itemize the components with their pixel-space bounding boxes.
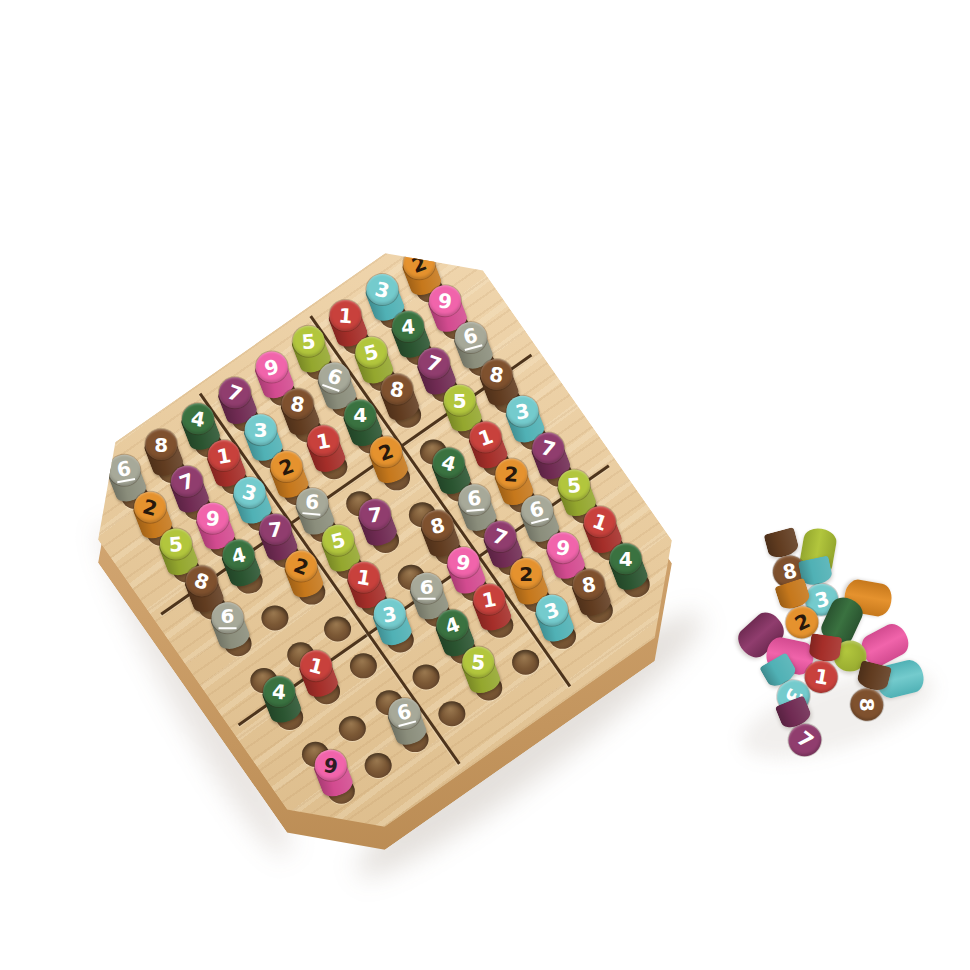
peg-number: 8 bbox=[580, 573, 597, 595]
peg-top-face: 5 bbox=[160, 529, 192, 560]
peg-top-face: 9 bbox=[315, 750, 347, 781]
peg-number: 6 bbox=[219, 606, 237, 629]
peg-top-face: 8 bbox=[381, 374, 413, 405]
peg-top-face: 9 bbox=[256, 352, 288, 383]
peg-top-face: 1 bbox=[208, 440, 240, 471]
peg-number: 6 bbox=[459, 324, 482, 351]
peg-top-face: 2 bbox=[285, 551, 317, 582]
peg-number: 6 bbox=[526, 497, 549, 524]
peg-top-face: 8 bbox=[481, 359, 513, 390]
peg-number: 4 bbox=[271, 681, 287, 702]
peg-top-face: 2 bbox=[271, 451, 303, 482]
peg-number: 7 bbox=[367, 504, 383, 525]
sudoku-board: 2968375143475126981584672356428919817645… bbox=[58, 213, 713, 868]
peg-number: 1 bbox=[338, 305, 354, 326]
peg-number: 4 bbox=[442, 613, 462, 637]
peg-number: 7 bbox=[177, 470, 197, 494]
peg-top-face: 3 bbox=[374, 599, 406, 630]
peg-number: 4 bbox=[189, 408, 206, 430]
peg-number: 5 bbox=[453, 390, 467, 410]
peg-cylinder-side bbox=[808, 633, 842, 663]
peg-number: 7 bbox=[424, 352, 444, 376]
peg-top-face: 9 bbox=[547, 532, 579, 563]
peg-number: 3 bbox=[240, 481, 259, 504]
peg-top-face: 7 bbox=[484, 521, 516, 552]
peg-top-face: 3 bbox=[506, 396, 538, 427]
peg-top-face: 6 bbox=[318, 363, 350, 394]
peg-number: 1 bbox=[476, 425, 496, 449]
peg-number: 3 bbox=[254, 420, 268, 440]
peg-top-face: 4 bbox=[263, 676, 295, 707]
peg-number: 2 bbox=[291, 554, 311, 578]
peg-number: 7 bbox=[793, 728, 816, 752]
peg-top-face: 8 bbox=[422, 510, 454, 541]
peg-top-face: 1 bbox=[300, 650, 332, 681]
peg-number: 4 bbox=[353, 405, 367, 425]
peg-top-face: 1 bbox=[329, 300, 361, 331]
product-photo-sudoku-board: 2968375143475126981584672356428919817645… bbox=[0, 0, 970, 970]
peg-top-face: 2 bbox=[510, 558, 542, 589]
peg-top-face: 3 bbox=[234, 477, 266, 508]
peg-top-face: 5 bbox=[355, 337, 387, 368]
peg-top-face: 4 bbox=[433, 447, 465, 478]
peg-number: 2 bbox=[277, 455, 297, 479]
peg-number: 6 bbox=[322, 364, 347, 392]
peg-top-face: 7 bbox=[532, 433, 564, 464]
peg-number: 9 bbox=[455, 551, 472, 573]
peg-top-face: 1 bbox=[473, 584, 505, 615]
peg-number: 9 bbox=[205, 508, 221, 529]
peg-top-face: 6 bbox=[212, 602, 244, 633]
peg-number: 5 bbox=[329, 529, 348, 552]
peg-number: 8 bbox=[192, 569, 212, 593]
peg-top-face: 1 bbox=[307, 425, 339, 456]
peg-number: 5 bbox=[301, 331, 317, 352]
peg-top-face: 6 bbox=[411, 573, 443, 604]
peg-number: 6 bbox=[113, 457, 135, 483]
peg-number: 9 bbox=[554, 537, 571, 559]
peg-number: 3 bbox=[514, 400, 531, 422]
peg-top-face: 2 bbox=[495, 458, 527, 489]
peg-top-face: 7 bbox=[171, 466, 203, 497]
peg-number: 3 bbox=[812, 588, 831, 611]
peg-top-face: 6 bbox=[521, 495, 553, 526]
peg-top-face: 2 bbox=[370, 436, 402, 467]
peg-number: 1 bbox=[307, 654, 326, 677]
peg-number: 3 bbox=[381, 603, 398, 625]
peg-number: 6 bbox=[418, 577, 436, 600]
peg-number: 9 bbox=[322, 754, 339, 776]
peg-top-face: 4 bbox=[182, 403, 214, 434]
peg-number: 3 bbox=[542, 599, 562, 623]
peg-top-face: 4 bbox=[344, 399, 376, 430]
grid: 2968375143475126981584672356428919817645… bbox=[58, 213, 713, 868]
peg-top-face: 8 bbox=[186, 565, 218, 596]
peg-top-face: 5 bbox=[462, 646, 494, 677]
peg-number: 5 bbox=[566, 474, 582, 495]
peg-number: 4 bbox=[229, 544, 248, 567]
peg-number: 1 bbox=[315, 430, 332, 452]
hole-r4c9 bbox=[512, 649, 539, 674]
peg-top-face: 3 bbox=[366, 274, 398, 305]
peg-top-face: 4 bbox=[223, 540, 255, 571]
peg-number: 4 bbox=[619, 549, 633, 569]
peg-number: 3 bbox=[373, 278, 392, 301]
peg-top-face: 1 bbox=[584, 506, 616, 537]
hole-r7c7 bbox=[349, 653, 376, 678]
peg-number: 6 bbox=[302, 491, 322, 515]
peg-top-face: 5 bbox=[558, 469, 590, 500]
peg-number: 7 bbox=[539, 437, 558, 460]
peg-top-face: 5 bbox=[293, 326, 325, 357]
peg-number: 4 bbox=[400, 316, 416, 337]
peg-top-face: 8 bbox=[573, 569, 605, 600]
peg-top-face: 4 bbox=[610, 543, 642, 574]
hole-r6c8 bbox=[412, 664, 439, 689]
hole-r8c9 bbox=[364, 752, 391, 777]
peg-top-face: 7 bbox=[219, 377, 251, 408]
peg-top-face: 4 bbox=[436, 610, 468, 641]
peg-number: 1 bbox=[590, 510, 610, 534]
peg-top-face: 6 bbox=[389, 698, 421, 729]
peg-top-face: 7 bbox=[359, 499, 391, 530]
peg-top-face: 2 bbox=[403, 248, 435, 279]
peg-top-face: 9 bbox=[447, 547, 479, 578]
peg-number: 7 bbox=[490, 525, 510, 549]
peg-number: 5 bbox=[168, 533, 184, 554]
peg-number: 2 bbox=[409, 252, 429, 276]
peg-number: 8 bbox=[289, 393, 306, 415]
loose-peg-14-brown-8: 8 bbox=[870, 699, 903, 750]
hole-r7c6 bbox=[324, 616, 351, 641]
peg-number: 5 bbox=[470, 651, 486, 672]
peg-number: 2 bbox=[376, 440, 396, 464]
peg-number: 5 bbox=[362, 341, 381, 364]
peg-top-face: 8 bbox=[145, 429, 177, 460]
peg-number: 4 bbox=[439, 451, 458, 474]
peg-top-face: 6 bbox=[455, 322, 487, 353]
peg-top-face: 7 bbox=[259, 514, 291, 545]
peg-number: 2 bbox=[791, 610, 812, 634]
peg-number: 2 bbox=[504, 463, 520, 484]
peg-top-face: 1 bbox=[470, 422, 502, 453]
peg-top-face: 5 bbox=[444, 385, 476, 416]
loose-peg-15-plum-7: 7 bbox=[800, 735, 833, 786]
peg-top-face: 1 bbox=[348, 562, 380, 593]
peg-number: 1 bbox=[355, 566, 372, 588]
peg-number: 2 bbox=[519, 563, 533, 583]
peg-top-face: 3 bbox=[536, 595, 568, 626]
peg-number: 9 bbox=[262, 356, 281, 379]
peg-number: 8 bbox=[154, 434, 168, 454]
hole-r8c8 bbox=[338, 716, 365, 741]
peg-number: 6 bbox=[393, 700, 416, 727]
hole-r8c5 bbox=[261, 605, 288, 630]
peg-top-face: 3 bbox=[245, 414, 277, 445]
peg-number: 2 bbox=[141, 496, 160, 519]
loose-peg-12-teal bbox=[900, 679, 933, 726]
peg-number: 1 bbox=[481, 588, 498, 610]
peg-top-face: 6 bbox=[108, 455, 140, 486]
peg-number: 7 bbox=[225, 381, 245, 405]
peg-top-face: 2 bbox=[134, 492, 166, 523]
peg-number: 8 bbox=[857, 698, 877, 712]
peg-top-face: 9 bbox=[197, 503, 229, 534]
peg-number: 8 bbox=[488, 363, 505, 385]
hole-r6c9 bbox=[438, 701, 465, 726]
peg-top-face: 6 bbox=[459, 484, 491, 515]
peg-number: 8 bbox=[389, 378, 406, 400]
peg-number: 9 bbox=[437, 290, 453, 311]
peg-number: 7 bbox=[268, 519, 284, 540]
peg-top-face: 8 bbox=[282, 388, 314, 419]
peg-top-face: 4 bbox=[392, 311, 424, 342]
peg-top-face: 9 bbox=[429, 285, 461, 316]
peg-number: 6 bbox=[465, 488, 485, 512]
peg-top-face: 6 bbox=[296, 488, 328, 519]
peg-top-face: 5 bbox=[322, 525, 354, 556]
peg-number: 1 bbox=[813, 666, 830, 688]
peg-number: 1 bbox=[215, 444, 232, 466]
peg-top-face: 7 bbox=[418, 348, 450, 379]
peg-number: 8 bbox=[428, 514, 447, 537]
